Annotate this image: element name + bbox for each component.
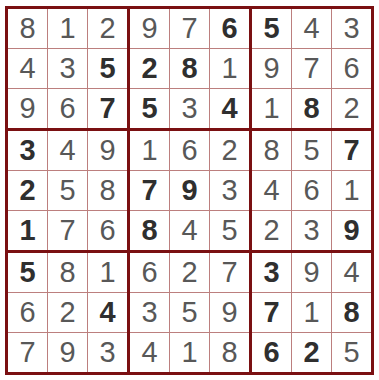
cell-r8c7[interactable]: 7 <box>252 293 291 332</box>
box-1-3: 543976182 <box>252 9 371 128</box>
cell-r2c5[interactable]: 8 <box>170 49 209 88</box>
cell-r5c1[interactable]: 2 <box>8 171 47 210</box>
cell-r8c6[interactable]: 9 <box>210 293 249 332</box>
box-1-2: 976281534 <box>130 9 249 128</box>
cell-r3c3[interactable]: 7 <box>88 89 127 128</box>
cell-r9c6[interactable]: 8 <box>210 333 249 372</box>
cell-r7c8[interactable]: 9 <box>292 253 331 292</box>
cell-r5c3[interactable]: 8 <box>88 171 127 210</box>
cell-r5c8[interactable]: 6 <box>292 171 331 210</box>
cell-r3c2[interactable]: 6 <box>48 89 87 128</box>
cell-r7c3[interactable]: 1 <box>88 253 127 292</box>
cell-r1c6[interactable]: 6 <box>210 9 249 48</box>
box-3-2: 627359418 <box>130 253 249 372</box>
cell-r3c4[interactable]: 5 <box>130 89 169 128</box>
cell-r6c3[interactable]: 6 <box>88 211 127 250</box>
cell-r5c4[interactable]: 7 <box>130 171 169 210</box>
cell-r4c2[interactable]: 4 <box>48 131 87 170</box>
cell-r3c5[interactable]: 3 <box>170 89 209 128</box>
cell-r7c9[interactable]: 4 <box>332 253 371 292</box>
cell-r9c8[interactable]: 2 <box>292 333 331 372</box>
cell-r3c6[interactable]: 4 <box>210 89 249 128</box>
cell-r7c2[interactable]: 8 <box>48 253 87 292</box>
sudoku-page: 8124359679762815345439761823492581761627… <box>0 0 379 380</box>
box-2-1: 349258176 <box>8 131 127 250</box>
cell-r2c4[interactable]: 2 <box>130 49 169 88</box>
cell-r8c3[interactable]: 4 <box>88 293 127 332</box>
cell-r6c1[interactable]: 1 <box>8 211 47 250</box>
cell-r1c7[interactable]: 5 <box>252 9 291 48</box>
box-3-1: 581624793 <box>8 253 127 372</box>
cell-r6c4[interactable]: 8 <box>130 211 169 250</box>
cell-r6c5[interactable]: 4 <box>170 211 209 250</box>
cell-r9c7[interactable]: 6 <box>252 333 291 372</box>
box-2-2: 162793845 <box>130 131 249 250</box>
cell-r2c9[interactable]: 6 <box>332 49 371 88</box>
cell-r4c8[interactable]: 5 <box>292 131 331 170</box>
cell-r9c4[interactable]: 4 <box>130 333 169 372</box>
cell-r8c8[interactable]: 1 <box>292 293 331 332</box>
cell-r8c1[interactable]: 6 <box>8 293 47 332</box>
cell-r9c1[interactable]: 7 <box>8 333 47 372</box>
cell-r3c9[interactable]: 2 <box>332 89 371 128</box>
cell-r2c8[interactable]: 7 <box>292 49 331 88</box>
cell-r7c7[interactable]: 3 <box>252 253 291 292</box>
cell-r1c2[interactable]: 1 <box>48 9 87 48</box>
cell-r8c4[interactable]: 3 <box>130 293 169 332</box>
cell-r4c5[interactable]: 6 <box>170 131 209 170</box>
cell-r6c6[interactable]: 5 <box>210 211 249 250</box>
cell-r1c8[interactable]: 4 <box>292 9 331 48</box>
cell-r1c4[interactable]: 9 <box>130 9 169 48</box>
cell-r3c7[interactable]: 1 <box>252 89 291 128</box>
cell-r9c2[interactable]: 9 <box>48 333 87 372</box>
cell-r1c1[interactable]: 8 <box>8 9 47 48</box>
box-3-3: 394718625 <box>252 253 371 372</box>
cell-r4c1[interactable]: 3 <box>8 131 47 170</box>
cell-r2c6[interactable]: 1 <box>210 49 249 88</box>
cell-r2c7[interactable]: 9 <box>252 49 291 88</box>
cell-r4c6[interactable]: 2 <box>210 131 249 170</box>
cell-r6c9[interactable]: 9 <box>332 211 371 250</box>
cell-r1c5[interactable]: 7 <box>170 9 209 48</box>
cell-r4c7[interactable]: 8 <box>252 131 291 170</box>
cell-r3c8[interactable]: 8 <box>292 89 331 128</box>
cell-r9c5[interactable]: 1 <box>170 333 209 372</box>
cell-r4c3[interactable]: 9 <box>88 131 127 170</box>
cell-r8c2[interactable]: 2 <box>48 293 87 332</box>
cell-r8c9[interactable]: 8 <box>332 293 371 332</box>
cell-r8c5[interactable]: 5 <box>170 293 209 332</box>
cell-r7c5[interactable]: 2 <box>170 253 209 292</box>
cell-r2c1[interactable]: 4 <box>8 49 47 88</box>
cell-r6c2[interactable]: 7 <box>48 211 87 250</box>
cell-r5c7[interactable]: 4 <box>252 171 291 210</box>
cell-r6c8[interactable]: 3 <box>292 211 331 250</box>
cell-r2c3[interactable]: 5 <box>88 49 127 88</box>
cell-r1c9[interactable]: 3 <box>332 9 371 48</box>
cell-r5c6[interactable]: 3 <box>210 171 249 210</box>
cell-r2c2[interactable]: 3 <box>48 49 87 88</box>
cell-r1c3[interactable]: 2 <box>88 9 127 48</box>
cell-r9c9[interactable]: 5 <box>332 333 371 372</box>
cell-r5c2[interactable]: 5 <box>48 171 87 210</box>
cell-r7c4[interactable]: 6 <box>130 253 169 292</box>
cell-r6c7[interactable]: 2 <box>252 211 291 250</box>
cell-r3c1[interactable]: 9 <box>8 89 47 128</box>
sudoku-board: 8124359679762815345439761823492581761627… <box>5 6 374 375</box>
cell-r4c4[interactable]: 1 <box>130 131 169 170</box>
cell-r5c9[interactable]: 1 <box>332 171 371 210</box>
cell-r4c9[interactable]: 7 <box>332 131 371 170</box>
cell-r5c5[interactable]: 9 <box>170 171 209 210</box>
cell-r7c1[interactable]: 5 <box>8 253 47 292</box>
cell-r7c6[interactable]: 7 <box>210 253 249 292</box>
box-2-3: 857461239 <box>252 131 371 250</box>
box-1-1: 812435967 <box>8 9 127 128</box>
cell-r9c3[interactable]: 3 <box>88 333 127 372</box>
